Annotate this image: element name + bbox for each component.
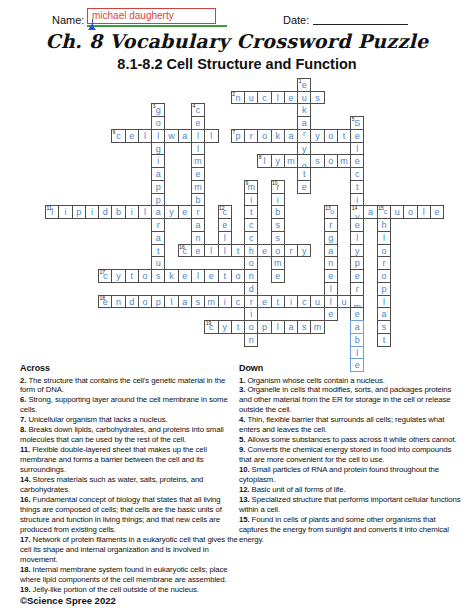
grid-cell[interactable]: t <box>271 295 285 309</box>
cell-letter: m <box>272 257 284 269</box>
grid-cell[interactable]: t <box>244 205 258 219</box>
grid-cell[interactable]: l <box>138 129 152 143</box>
grid-cell[interactable]: s <box>310 154 324 168</box>
cell-letter: d <box>126 296 138 308</box>
grid-cell[interactable]: y <box>164 205 178 219</box>
grid-cell[interactable]: o <box>324 129 338 143</box>
grid-cell[interactable]: m <box>337 154 351 168</box>
grid-cell[interactable]: 12c <box>218 205 232 219</box>
clue-number: 6 <box>113 129 116 135</box>
cell-letter: y <box>351 245 363 257</box>
grid-cell[interactable]: r <box>297 129 311 143</box>
grid-cell[interactable]: e <box>218 218 232 232</box>
clue-down-9: 9. Converts the chemical energy stored i… <box>239 445 465 465</box>
grid-cell[interactable]: l <box>350 231 364 245</box>
grid-cell[interactable]: e <box>350 307 364 321</box>
cell-letter: l <box>351 347 363 359</box>
grid-cell[interactable]: n <box>111 295 125 309</box>
name-input[interactable]: michael daugherty <box>87 8 216 24</box>
clue-number: 10 <box>272 180 278 186</box>
cell-letter: y <box>165 206 177 218</box>
cell-letter: t <box>351 181 363 193</box>
grid-cell[interactable]: u <box>310 295 324 309</box>
cell-letter: t <box>152 245 164 257</box>
clue-across-6: 6. Strong, supporting layer around the c… <box>20 395 238 415</box>
grid-cell[interactable]: y <box>271 154 285 168</box>
grid-cell[interactable]: l <box>417 205 431 219</box>
grid-cell[interactable]: u <box>390 205 404 219</box>
grid-cell[interactable]: w <box>164 129 178 143</box>
grid-cell[interactable]: n <box>244 333 258 347</box>
grid-cell[interactable]: c <box>257 91 271 105</box>
cell-letter: l <box>205 130 217 142</box>
grid-cell[interactable]: y <box>350 244 364 258</box>
grid-cell[interactable]: a <box>178 295 192 309</box>
grid-cell[interactable]: e <box>284 91 298 105</box>
grid-cell[interactable]: l <box>204 244 218 258</box>
grid-cell[interactable]: n <box>324 256 338 270</box>
grid-cell[interactable]: l <box>191 269 205 283</box>
cell-letter: e <box>258 245 270 257</box>
grid-cell[interactable]: e <box>191 244 205 258</box>
grid-cell[interactable]: p <box>257 320 271 334</box>
cell-letter: m <box>192 155 204 167</box>
grid-cell[interactable]: k <box>297 103 311 117</box>
grid-cell[interactable]: s <box>297 320 311 334</box>
grid-cell[interactable]: a <box>297 116 311 130</box>
down-header: Down <box>239 363 465 375</box>
grid-cell[interactable]: a <box>151 205 165 219</box>
cell-letter: i <box>285 296 297 308</box>
cell-letter: l <box>219 245 231 257</box>
cell-letter: p <box>152 296 164 308</box>
cell-letter: h <box>378 219 390 231</box>
grid-cell[interactable]: l <box>138 205 152 219</box>
cell-letter: r <box>245 296 257 308</box>
grid-cell[interactable]: y <box>297 244 311 258</box>
cell-letter: b <box>351 334 363 346</box>
cell-letter: u <box>152 257 164 269</box>
clue-number: 15 <box>378 205 384 211</box>
grid-cell[interactable]: c <box>231 295 245 309</box>
date-input[interactable] <box>313 11 408 25</box>
grid-cell[interactable]: r <box>284 244 298 258</box>
grid-cell[interactable]: e <box>324 307 338 321</box>
grid-cell[interactable]: l <box>377 295 391 309</box>
clue-across-2: 2. The structure that contains the cell'… <box>20 376 238 396</box>
grid-cell[interactable]: o <box>244 256 258 270</box>
grid-cell[interactable]: o <box>138 269 152 283</box>
grid-cell[interactable]: e <box>191 167 205 181</box>
grid-cell[interactable]: o <box>377 244 391 258</box>
cell-letter: o <box>152 117 164 129</box>
grid-cell[interactable]: 16c <box>178 244 192 258</box>
grid-cell[interactable]: d <box>244 282 258 296</box>
grid-cell[interactable]: l <box>271 91 285 105</box>
cell-letter: c <box>298 296 310 308</box>
cell-letter: p <box>258 321 270 333</box>
cell-letter: l <box>139 206 151 218</box>
grid-cell[interactable]: 13o <box>324 205 338 219</box>
grid-cell[interactable]: r <box>191 205 205 219</box>
across-header: Across <box>20 363 238 375</box>
grid-cell[interactable]: u <box>297 91 311 105</box>
clue-down-15: 15. Found in cells of plants and some ot… <box>239 515 465 545</box>
grid-cell[interactable]: c <box>350 167 364 181</box>
cell-letter: c <box>258 92 270 104</box>
grid-cell[interactable]: 6c <box>111 129 125 143</box>
grid-cell[interactable]: o <box>403 205 417 219</box>
cell-letter: s <box>311 155 323 167</box>
cell-letter: i <box>219 296 231 308</box>
grid-cell[interactable]: a <box>284 129 298 143</box>
cell-letter: m <box>338 155 350 167</box>
grid-cell[interactable]: o <box>138 295 152 309</box>
grid-cell[interactable]: o <box>297 154 311 168</box>
grid-cell[interactable]: a <box>363 205 377 219</box>
grid-cell[interactable]: m <box>350 295 364 309</box>
grid-cell[interactable]: i <box>218 295 232 309</box>
grid-cell[interactable]: y <box>297 142 311 156</box>
cell-letter: e <box>351 270 363 282</box>
grid-cell[interactable]: e <box>257 295 271 309</box>
grid-cell[interactable]: e <box>204 269 218 283</box>
grid-cell[interactable]: l <box>350 142 364 156</box>
name-underline <box>87 25 227 27</box>
grid-cell[interactable]: a <box>377 307 391 321</box>
grid-cell[interactable]: y <box>218 320 232 334</box>
cell-letter: l <box>192 130 204 142</box>
grid-cell[interactable]: e <box>324 269 338 283</box>
grid-cell[interactable]: m <box>284 154 298 168</box>
grid-cell[interactable]: r <box>324 218 338 232</box>
cell-letter: i <box>272 194 284 206</box>
grid-cell[interactable]: k <box>164 269 178 283</box>
grid-cell[interactable]: s <box>271 218 285 232</box>
grid-cell[interactable]: e <box>350 269 364 283</box>
grid-cell[interactable]: p <box>151 295 165 309</box>
grid-cell[interactable]: 7p <box>231 129 245 143</box>
clue-down-10: 10. Small particles of RNA and protein f… <box>239 465 465 485</box>
grid-cell[interactable]: 4c <box>191 103 205 117</box>
grid-cell[interactable]: 18e <box>98 295 112 309</box>
cell-letter: y <box>272 155 284 167</box>
grid-cell[interactable]: p <box>151 180 165 194</box>
grid-cell[interactable]: r <box>350 282 364 296</box>
grid-cell[interactable]: l <box>218 244 232 258</box>
grid-cell[interactable]: o <box>231 269 245 283</box>
grid-cell[interactable]: c <box>297 295 311 309</box>
grid-cell[interactable]: l <box>151 129 165 143</box>
cell-letter: l <box>325 296 337 308</box>
cell-letter: a <box>325 245 337 257</box>
grid-cell[interactable]: i <box>271 193 285 207</box>
cell-letter: o <box>139 270 151 282</box>
grid-cell[interactable]: e <box>430 205 444 219</box>
grid-cell[interactable]: l <box>204 129 218 143</box>
cell-letter: s <box>298 321 310 333</box>
cell-letter: l <box>165 296 177 308</box>
cell-letter: m <box>311 321 323 333</box>
grid-cell[interactable]: s <box>271 231 285 245</box>
grid-cell[interactable]: g <box>151 142 165 156</box>
cell-letter: s <box>272 232 284 244</box>
grid-cell[interactable]: e <box>350 129 364 143</box>
cell-letter: g <box>152 143 164 155</box>
grid-cell[interactable]: u <box>151 256 165 270</box>
cell-letter: u <box>338 296 350 308</box>
grid-cell[interactable]: t <box>377 333 391 347</box>
cell-letter: m <box>351 296 363 308</box>
grid-cell[interactable]: l <box>191 129 205 143</box>
grid-cell[interactable]: o <box>244 320 258 334</box>
cell-letter: i <box>126 206 138 218</box>
grid-cell[interactable]: i <box>58 205 72 219</box>
cell-letter: r <box>285 245 297 257</box>
cell-letter: y <box>298 143 310 155</box>
cell-letter: k <box>298 104 310 116</box>
grid-cell[interactable]: t <box>297 167 311 181</box>
grid-cell[interactable]: i <box>85 205 99 219</box>
grid-cell[interactable]: s <box>310 91 324 105</box>
cell-letter: i <box>152 155 164 167</box>
cell-letter: a <box>364 206 376 218</box>
grid-cell[interactable]: e <box>350 154 364 168</box>
cell-letter: w <box>165 130 177 142</box>
cell-letter: r <box>192 206 204 218</box>
cell-letter: k <box>272 130 284 142</box>
grid-cell[interactable]: m <box>191 180 205 194</box>
clue-number: 7 <box>232 129 235 135</box>
grid-cell[interactable]: l <box>271 320 285 334</box>
grid-cell[interactable]: l <box>324 282 338 296</box>
grid-cell[interactable]: r <box>244 295 258 309</box>
grid-cell[interactable]: i <box>151 154 165 168</box>
grid-cell[interactable]: u <box>337 295 351 309</box>
grid-cell[interactable]: s <box>377 320 391 334</box>
grid-cell[interactable]: y <box>111 269 125 283</box>
grid-cell[interactable]: 11l <box>45 205 59 219</box>
clue-across-16: 16. Fundamental concept of biology that … <box>20 495 238 535</box>
grid-cell[interactable]: 14v <box>350 205 364 219</box>
grid-cell[interactable]: a <box>284 320 298 334</box>
grid-cell[interactable]: n <box>191 231 205 245</box>
clue-down-13: 13. Specialized structure that performs … <box>239 495 465 515</box>
cell-letter: o <box>139 296 151 308</box>
grid-cell[interactable]: i <box>244 193 258 207</box>
clue-across-19: 19. Jelly-like portion of the cell outsi… <box>20 585 238 595</box>
grid-cell[interactable]: m <box>191 154 205 168</box>
grid-cell[interactable]: i <box>284 295 298 309</box>
cell-letter: l <box>139 130 151 142</box>
grid-cell[interactable]: s <box>191 295 205 309</box>
grid-cell[interactable]: b <box>271 205 285 219</box>
grid-cell[interactable]: m <box>310 320 324 334</box>
grid-cell[interactable]: 17c <box>98 269 112 283</box>
clue-number: 4 <box>192 103 195 109</box>
cell-letter: l <box>192 270 204 282</box>
cell-letter: e <box>325 270 337 282</box>
clue-across-14: 14. Stores materials such as water, salt… <box>20 475 238 495</box>
grid-cell[interactable]: 8l <box>257 154 271 168</box>
cell-letter: t <box>232 245 244 257</box>
cell-letter: e <box>351 130 363 142</box>
cell-letter: o <box>245 321 257 333</box>
grid-cell[interactable]: 10r <box>271 180 285 194</box>
grid-cell[interactable]: 9m <box>244 180 258 194</box>
grid-cell[interactable]: a <box>151 231 165 245</box>
grid-cell[interactable]: d <box>125 295 139 309</box>
name-label: Name: <box>52 14 84 26</box>
grid-cell[interactable]: 3g <box>151 103 165 117</box>
grid-cell[interactable]: t <box>231 320 245 334</box>
grid-cell[interactable]: b <box>191 193 205 207</box>
cell-letter: r <box>245 130 257 142</box>
grid-cell[interactable]: e <box>178 269 192 283</box>
grid-cell[interactable]: l <box>324 295 338 309</box>
grid-cell[interactable]: b <box>350 333 364 347</box>
cell-letter: t <box>298 168 310 180</box>
cell-letter: n <box>192 232 204 244</box>
cell-letter: h <box>245 245 257 257</box>
grid-cell[interactable]: u <box>244 91 258 105</box>
cell-letter: y <box>219 321 231 333</box>
grid-cell[interactable]: n <box>244 269 258 283</box>
grid-cell[interactable]: k <box>271 129 285 143</box>
clue-number: 19 <box>206 320 212 326</box>
cell-letter: e <box>351 308 363 320</box>
cell-letter: u <box>298 92 310 104</box>
grid-cell[interactable]: g <box>324 231 338 245</box>
cell-letter: i <box>245 194 257 206</box>
cell-letter: e <box>351 155 363 167</box>
grid-cell[interactable]: o <box>151 116 165 130</box>
grid-cell[interactable]: e <box>257 244 271 258</box>
grid-cell[interactable]: p <box>350 256 364 270</box>
grid-cell[interactable]: y <box>310 129 324 143</box>
grid-cell[interactable]: r <box>377 256 391 270</box>
cell-letter: a <box>152 206 164 218</box>
grid-cell[interactable]: c <box>244 231 258 245</box>
grid-cell[interactable]: r <box>244 129 258 143</box>
cell-letter: y <box>298 245 310 257</box>
cell-letter: o <box>378 270 390 282</box>
cell-letter: n <box>245 334 257 346</box>
cell-letter: e <box>205 270 217 282</box>
grid-cell[interactable]: r <box>151 218 165 232</box>
cell-letter: c <box>232 296 244 308</box>
grid-cell[interactable]: h <box>244 244 258 258</box>
cell-letter: s <box>192 296 204 308</box>
grid-cell[interactable]: t <box>218 269 232 283</box>
cell-letter: o <box>325 155 337 167</box>
down-clues-section: Down 1. Organism whose cells contain a n… <box>239 363 465 545</box>
grid-cell[interactable]: e <box>125 129 139 143</box>
grid-cell[interactable]: t <box>350 180 364 194</box>
cell-letter: e <box>192 168 204 180</box>
cell-letter: c <box>245 219 257 231</box>
grid-cell[interactable]: 1e <box>297 78 311 92</box>
grid-cell[interactable]: l <box>191 142 205 156</box>
grid-cell[interactable]: a <box>324 244 338 258</box>
cell-letter: t <box>126 270 138 282</box>
grid-cell[interactable]: d <box>98 205 112 219</box>
grid-cell[interactable]: a <box>191 218 205 232</box>
grid-cell[interactable]: 19c <box>204 320 218 334</box>
grid-cell[interactable]: o <box>257 129 271 143</box>
grid-cell[interactable]: e <box>178 205 192 219</box>
grid-cell[interactable]: t <box>337 129 351 143</box>
cell-letter: e <box>298 181 310 193</box>
grid-cell[interactable]: o <box>271 244 285 258</box>
grid-cell[interactable]: o <box>377 269 391 283</box>
grid-cell[interactable]: l <box>350 346 364 360</box>
grid-cell[interactable]: i <box>244 307 258 321</box>
cell-letter: e <box>192 117 204 129</box>
clue-number: 3 <box>153 103 156 109</box>
cell-letter: p <box>73 206 85 218</box>
cell-letter: i <box>86 206 98 218</box>
grid-cell[interactable]: 2n <box>231 91 245 105</box>
grid-cell[interactable]: p <box>151 193 165 207</box>
cell-letter: p <box>351 257 363 269</box>
grid-cell[interactable]: l <box>377 231 391 245</box>
grid-cell[interactable]: i <box>350 193 364 207</box>
grid-cell[interactable]: a <box>178 129 192 143</box>
cell-letter: l <box>418 206 430 218</box>
cell-letter: r <box>298 130 310 142</box>
clue-number: 2 <box>232 91 235 97</box>
grid-cell[interactable]: e <box>271 269 285 283</box>
grid-cell[interactable]: a <box>350 320 364 334</box>
cell-letter: y <box>112 270 124 282</box>
grid-cell[interactable]: l <box>164 295 178 309</box>
cell-letter: e <box>272 270 284 282</box>
grid-cell[interactable]: 15c <box>377 205 391 219</box>
cell-letter: m <box>192 181 204 193</box>
clue-number: 11 <box>47 205 52 211</box>
cell-letter: e <box>285 92 297 104</box>
grid-cell[interactable]: t <box>231 244 245 258</box>
grid-cell[interactable]: m <box>271 256 285 270</box>
clue-number: 8 <box>259 154 262 160</box>
grid-cell[interactable]: h <box>377 218 391 232</box>
cell-letter: a <box>285 130 297 142</box>
grid-cell[interactable]: p <box>72 205 86 219</box>
grid-cell[interactable]: i <box>125 205 139 219</box>
clue-across-17: 17. Network of protein filaments in a eu… <box>20 535 238 565</box>
grid-cell[interactable]: t <box>151 244 165 258</box>
grid-cell[interactable]: a <box>151 167 165 181</box>
grid-cell[interactable]: 5S <box>350 116 364 130</box>
grid-cell[interactable]: m <box>204 295 218 309</box>
cell-letter: o <box>325 130 337 142</box>
cell-letter: e <box>219 219 231 231</box>
grid-cell[interactable]: e <box>297 180 311 194</box>
grid-cell[interactable]: c <box>244 218 258 232</box>
cell-letter: g <box>325 232 337 244</box>
cell-letter: i <box>245 308 257 320</box>
grid-cell[interactable]: l <box>218 231 232 245</box>
grid-cell[interactable]: p <box>377 282 391 296</box>
grid-cell[interactable]: t <box>125 269 139 283</box>
grid-cell[interactable]: e <box>191 116 205 130</box>
grid-cell[interactable]: e <box>350 218 364 232</box>
grid-cell[interactable]: o <box>324 154 338 168</box>
cell-letter: b <box>272 206 284 218</box>
grid-cell[interactable]: s <box>151 269 165 283</box>
grid-cell[interactable]: b <box>111 205 125 219</box>
